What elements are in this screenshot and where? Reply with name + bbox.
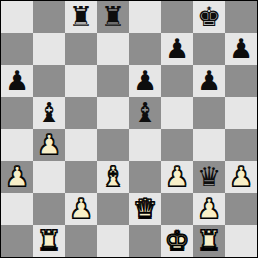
square-h8[interactable] — [225, 1, 257, 33]
square-c2[interactable]: ♟ — [65, 193, 97, 225]
square-d3[interactable]: ♝ — [97, 161, 129, 193]
square-g2[interactable]: ♟ — [193, 193, 225, 225]
white-king[interactable]: ♚ — [161, 225, 193, 257]
square-g4[interactable] — [193, 129, 225, 161]
white-pawn[interactable]: ♟ — [193, 193, 225, 225]
square-f5[interactable] — [161, 97, 193, 129]
square-b1[interactable]: ♜ — [33, 225, 65, 257]
square-a1[interactable] — [1, 225, 33, 257]
square-d6[interactable] — [97, 65, 129, 97]
square-c1[interactable] — [65, 225, 97, 257]
square-f6[interactable] — [161, 65, 193, 97]
square-g8[interactable]: ♚ — [193, 1, 225, 33]
square-g3[interactable]: ♛ — [193, 161, 225, 193]
square-d7[interactable] — [97, 33, 129, 65]
square-a7[interactable] — [1, 33, 33, 65]
square-a8[interactable] — [1, 1, 33, 33]
square-a2[interactable] — [1, 193, 33, 225]
square-a6[interactable]: ♟ — [1, 65, 33, 97]
square-e8[interactable] — [129, 1, 161, 33]
chess-board: ♜♜♚♟♟♟♟♟♝♝♟♟♝♟♛♟♟♛♟♜♚♜ — [0, 0, 258, 258]
white-pawn[interactable]: ♟ — [1, 161, 33, 193]
black-bishop[interactable]: ♝ — [33, 97, 65, 129]
square-b8[interactable] — [33, 1, 65, 33]
square-c4[interactable] — [65, 129, 97, 161]
black-pawn[interactable]: ♟ — [193, 65, 225, 97]
board-grid: ♜♜♚♟♟♟♟♟♝♝♟♟♝♟♛♟♟♛♟♜♚♜ — [1, 1, 257, 257]
square-e4[interactable] — [129, 129, 161, 161]
square-a3[interactable]: ♟ — [1, 161, 33, 193]
square-f3[interactable]: ♟ — [161, 161, 193, 193]
black-king[interactable]: ♚ — [193, 1, 225, 33]
square-d2[interactable] — [97, 193, 129, 225]
square-h3[interactable]: ♟ — [225, 161, 257, 193]
square-c8[interactable]: ♜ — [65, 1, 97, 33]
square-h7[interactable]: ♟ — [225, 33, 257, 65]
square-g7[interactable] — [193, 33, 225, 65]
square-f7[interactable]: ♟ — [161, 33, 193, 65]
square-c7[interactable] — [65, 33, 97, 65]
square-b5[interactable]: ♝ — [33, 97, 65, 129]
square-h5[interactable] — [225, 97, 257, 129]
black-bishop[interactable]: ♝ — [129, 97, 161, 129]
square-b4[interactable]: ♟ — [33, 129, 65, 161]
white-pawn[interactable]: ♟ — [33, 129, 65, 161]
white-queen[interactable]: ♛ — [129, 193, 161, 225]
white-bishop[interactable]: ♝ — [97, 161, 129, 193]
square-f8[interactable] — [161, 1, 193, 33]
square-f1[interactable]: ♚ — [161, 225, 193, 257]
square-c6[interactable] — [65, 65, 97, 97]
square-g5[interactable] — [193, 97, 225, 129]
square-h2[interactable] — [225, 193, 257, 225]
square-f4[interactable] — [161, 129, 193, 161]
black-queen[interactable]: ♛ — [193, 161, 225, 193]
square-h6[interactable] — [225, 65, 257, 97]
square-a5[interactable] — [1, 97, 33, 129]
square-e3[interactable] — [129, 161, 161, 193]
square-g6[interactable]: ♟ — [193, 65, 225, 97]
white-pawn[interactable]: ♟ — [65, 193, 97, 225]
square-b3[interactable] — [33, 161, 65, 193]
square-d1[interactable] — [97, 225, 129, 257]
black-pawn[interactable]: ♟ — [225, 33, 257, 65]
square-e2[interactable]: ♛ — [129, 193, 161, 225]
square-e5[interactable]: ♝ — [129, 97, 161, 129]
white-rook[interactable]: ♜ — [33, 225, 65, 257]
black-pawn[interactable]: ♟ — [161, 33, 193, 65]
square-d4[interactable] — [97, 129, 129, 161]
square-a4[interactable] — [1, 129, 33, 161]
square-c5[interactable] — [65, 97, 97, 129]
square-e1[interactable] — [129, 225, 161, 257]
white-pawn[interactable]: ♟ — [161, 161, 193, 193]
square-d8[interactable]: ♜ — [97, 1, 129, 33]
white-rook[interactable]: ♜ — [193, 225, 225, 257]
square-b2[interactable] — [33, 193, 65, 225]
black-rook[interactable]: ♜ — [65, 1, 97, 33]
square-c3[interactable] — [65, 161, 97, 193]
black-pawn[interactable]: ♟ — [129, 65, 161, 97]
square-b6[interactable] — [33, 65, 65, 97]
square-h1[interactable] — [225, 225, 257, 257]
square-d5[interactable] — [97, 97, 129, 129]
square-h4[interactable] — [225, 129, 257, 161]
square-e7[interactable] — [129, 33, 161, 65]
square-f2[interactable] — [161, 193, 193, 225]
black-rook[interactable]: ♜ — [97, 1, 129, 33]
square-b7[interactable] — [33, 33, 65, 65]
black-pawn[interactable]: ♟ — [1, 65, 33, 97]
square-g1[interactable]: ♜ — [193, 225, 225, 257]
square-e6[interactable]: ♟ — [129, 65, 161, 97]
white-pawn[interactable]: ♟ — [225, 161, 257, 193]
